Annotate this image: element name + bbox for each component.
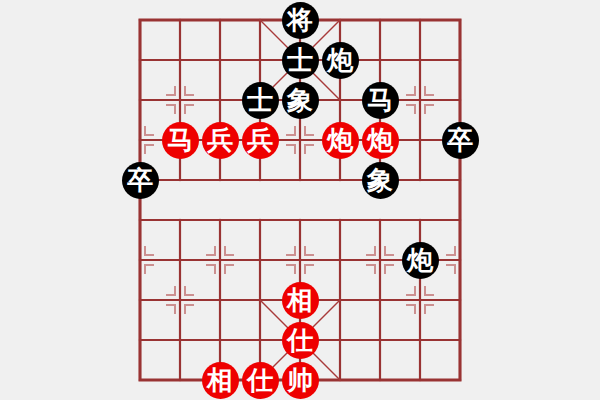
- red-elephant[interactable]: 相: [282, 282, 319, 319]
- red-horse[interactable]: 马: [162, 122, 199, 159]
- red-advisor[interactable]: 仕: [282, 322, 319, 359]
- black-advisor[interactable]: 士: [242, 82, 279, 119]
- black-cannon[interactable]: 炮: [402, 242, 439, 279]
- black-general[interactable]: 将: [282, 2, 319, 39]
- black-elephant[interactable]: 象: [282, 82, 319, 119]
- black-cannon[interactable]: 炮: [322, 42, 359, 79]
- red-elephant[interactable]: 相: [202, 362, 239, 399]
- black-soldier[interactable]: 卒: [122, 162, 159, 199]
- red-soldier[interactable]: 兵: [242, 122, 279, 159]
- black-horse[interactable]: 马: [362, 82, 399, 119]
- black-advisor[interactable]: 士: [282, 42, 319, 79]
- red-cannon[interactable]: 炮: [322, 122, 359, 159]
- red-general[interactable]: 帅: [282, 362, 319, 399]
- xiangqi-board: 将士炮士象马马兵兵炮炮卒卒象炮相仕相仕帅: [0, 0, 600, 400]
- red-cannon[interactable]: 炮: [362, 122, 399, 159]
- red-soldier[interactable]: 兵: [202, 122, 239, 159]
- pieces-layer: 将士炮士象马马兵兵炮炮卒卒象炮相仕相仕帅: [120, 0, 480, 400]
- black-soldier[interactable]: 卒: [442, 122, 479, 159]
- black-elephant[interactable]: 象: [362, 162, 399, 199]
- red-advisor[interactable]: 仕: [242, 362, 279, 399]
